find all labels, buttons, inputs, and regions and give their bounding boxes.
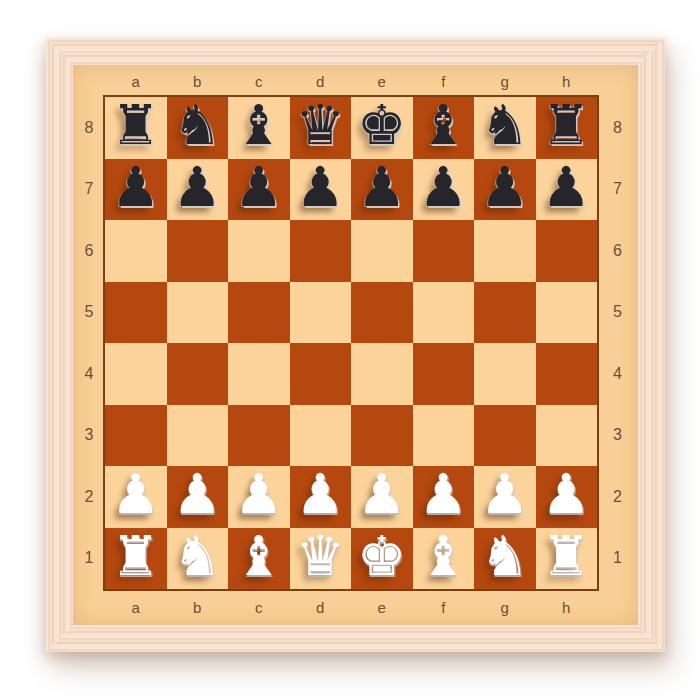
- square-b5[interactable]: [167, 282, 229, 344]
- square-a6[interactable]: [105, 220, 167, 282]
- rank-label-2: 2: [73, 466, 105, 528]
- square-b7[interactable]: ♟: [167, 159, 229, 221]
- white-pawn[interactable]: ♟: [173, 467, 222, 522]
- square-b2[interactable]: ♟: [167, 466, 229, 528]
- square-c7[interactable]: ♟: [228, 159, 290, 221]
- wood-frame-left: [46, 38, 73, 652]
- square-b4[interactable]: [167, 343, 229, 405]
- square-e3[interactable]: [351, 405, 413, 467]
- black-pawn[interactable]: ♟: [419, 160, 468, 215]
- file-label-g: g: [474, 65, 536, 97]
- file-label-a: a: [105, 589, 167, 625]
- square-h7[interactable]: ♟: [536, 159, 598, 221]
- white-rook[interactable]: ♜: [542, 529, 591, 584]
- black-bishop[interactable]: ♝: [419, 98, 468, 153]
- square-d3[interactable]: [290, 405, 352, 467]
- white-bishop[interactable]: ♝: [419, 529, 468, 584]
- square-h2[interactable]: ♟: [536, 466, 598, 528]
- file-labels-top: abcdefgh: [105, 65, 597, 97]
- square-c1[interactable]: ♝: [228, 528, 290, 590]
- file-label-c: c: [228, 65, 290, 97]
- square-c3[interactable]: [228, 405, 290, 467]
- square-f1[interactable]: ♝: [413, 528, 475, 590]
- square-c5[interactable]: [228, 282, 290, 344]
- file-label-f: f: [413, 589, 475, 625]
- white-pawn[interactable]: ♟: [419, 467, 468, 522]
- rank-label-3: 3: [73, 405, 105, 467]
- file-label-f: f: [413, 65, 475, 97]
- white-pawn[interactable]: ♟: [357, 467, 406, 522]
- square-f8[interactable]: ♝: [413, 97, 475, 159]
- black-pawn[interactable]: ♟: [357, 160, 406, 215]
- square-g5[interactable]: [474, 282, 536, 344]
- white-knight[interactable]: ♞: [173, 529, 222, 584]
- white-queen[interactable]: ♛: [296, 529, 345, 584]
- file-label-e: e: [351, 65, 413, 97]
- rank-label-5: 5: [597, 282, 638, 344]
- square-g2[interactable]: ♟: [474, 466, 536, 528]
- square-e1[interactable]: ♚: [351, 528, 413, 590]
- white-bishop[interactable]: ♝: [234, 529, 283, 584]
- square-h3[interactable]: [536, 405, 598, 467]
- file-label-g: g: [474, 589, 536, 625]
- rank-label-8: 8: [597, 97, 638, 159]
- square-b1[interactable]: ♞: [167, 528, 229, 590]
- square-e6[interactable]: [351, 220, 413, 282]
- square-h5[interactable]: [536, 282, 598, 344]
- rank-label-4: 4: [73, 343, 105, 405]
- rank-label-6: 6: [73, 220, 105, 282]
- square-d2[interactable]: ♟: [290, 466, 352, 528]
- file-label-h: h: [536, 65, 598, 97]
- square-f3[interactable]: [413, 405, 475, 467]
- square-f6[interactable]: [413, 220, 475, 282]
- wood-frame-bottom: [46, 625, 665, 652]
- rank-label-6: 6: [597, 220, 638, 282]
- square-b3[interactable]: [167, 405, 229, 467]
- black-pawn[interactable]: ♟: [296, 160, 345, 215]
- photo-background: abcdefgh abcdefgh 87654321 87654321 ♜♞♝♛…: [0, 0, 700, 700]
- square-c8[interactable]: ♝: [228, 97, 290, 159]
- square-d7[interactable]: ♟: [290, 159, 352, 221]
- rank-labels-right: 87654321: [597, 97, 638, 589]
- square-e8[interactable]: ♚: [351, 97, 413, 159]
- square-b8[interactable]: ♞: [167, 97, 229, 159]
- square-f2[interactable]: ♟: [413, 466, 475, 528]
- square-e4[interactable]: [351, 343, 413, 405]
- square-a8[interactable]: ♜: [105, 97, 167, 159]
- file-label-d: d: [290, 589, 352, 625]
- square-a5[interactable]: [105, 282, 167, 344]
- black-king[interactable]: ♚: [357, 98, 406, 153]
- white-rook[interactable]: ♜: [111, 529, 160, 584]
- square-f4[interactable]: [413, 343, 475, 405]
- rank-label-3: 3: [597, 405, 638, 467]
- square-d6[interactable]: [290, 220, 352, 282]
- white-pawn[interactable]: ♟: [296, 467, 345, 522]
- white-pawn[interactable]: ♟: [480, 467, 529, 522]
- square-g4[interactable]: [474, 343, 536, 405]
- rank-label-1: 1: [597, 528, 638, 590]
- black-queen[interactable]: ♛: [296, 98, 345, 153]
- square-h1[interactable]: ♜: [536, 528, 598, 590]
- black-knight[interactable]: ♞: [173, 98, 222, 153]
- rank-label-8: 8: [73, 97, 105, 159]
- white-pawn[interactable]: ♟: [234, 467, 283, 522]
- rank-label-5: 5: [73, 282, 105, 344]
- rank-labels-left: 87654321: [73, 97, 105, 589]
- square-h8[interactable]: ♜: [536, 97, 598, 159]
- black-pawn[interactable]: ♟: [173, 160, 222, 215]
- square-g6[interactable]: [474, 220, 536, 282]
- black-pawn[interactable]: ♟: [111, 160, 160, 215]
- wood-frame-top: [46, 38, 665, 65]
- white-pawn[interactable]: ♟: [111, 467, 160, 522]
- black-rook[interactable]: ♜: [542, 98, 591, 153]
- board-panel: abcdefgh abcdefgh 87654321 87654321 ♜♞♝♛…: [73, 65, 638, 625]
- file-label-d: d: [290, 65, 352, 97]
- square-e5[interactable]: [351, 282, 413, 344]
- rank-label-7: 7: [597, 159, 638, 221]
- rank-label-2: 2: [597, 466, 638, 528]
- white-knight[interactable]: ♞: [480, 529, 529, 584]
- square-e7[interactable]: ♟: [351, 159, 413, 221]
- square-d5[interactable]: [290, 282, 352, 344]
- square-e2[interactable]: ♟: [351, 466, 413, 528]
- square-d8[interactable]: ♛: [290, 97, 352, 159]
- square-d1[interactable]: ♛: [290, 528, 352, 590]
- square-c4[interactable]: [228, 343, 290, 405]
- square-h6[interactable]: [536, 220, 598, 282]
- square-c6[interactable]: [228, 220, 290, 282]
- black-rook[interactable]: ♜: [111, 98, 160, 153]
- rank-label-1: 1: [73, 528, 105, 590]
- square-g8[interactable]: ♞: [474, 97, 536, 159]
- square-b6[interactable]: [167, 220, 229, 282]
- file-label-c: c: [228, 589, 290, 625]
- rank-label-7: 7: [73, 159, 105, 221]
- black-bishop[interactable]: ♝: [234, 98, 283, 153]
- square-h4[interactable]: [536, 343, 598, 405]
- square-a4[interactable]: [105, 343, 167, 405]
- white-pawn[interactable]: ♟: [542, 467, 591, 522]
- black-pawn[interactable]: ♟: [234, 160, 283, 215]
- square-g1[interactable]: ♞: [474, 528, 536, 590]
- square-a2[interactable]: ♟: [105, 466, 167, 528]
- square-a3[interactable]: [105, 405, 167, 467]
- square-d4[interactable]: [290, 343, 352, 405]
- chess-board: ♜♞♝♛♚♝♞♜♟♟♟♟♟♟♟♟♟♟♟♟♟♟♟♟♜♞♝♛♚♝♞♜: [105, 97, 597, 589]
- square-a7[interactable]: ♟: [105, 159, 167, 221]
- wood-frame-right: [638, 38, 665, 652]
- black-knight[interactable]: ♞: [480, 98, 529, 153]
- rank-label-4: 4: [597, 343, 638, 405]
- file-labels-bottom: abcdefgh: [105, 589, 597, 625]
- square-g7[interactable]: ♟: [474, 159, 536, 221]
- square-f7[interactable]: ♟: [413, 159, 475, 221]
- file-label-a: a: [105, 65, 167, 97]
- file-label-h: h: [536, 589, 598, 625]
- white-king[interactable]: ♚: [357, 529, 406, 584]
- square-c2[interactable]: ♟: [228, 466, 290, 528]
- square-f5[interactable]: [413, 282, 475, 344]
- file-label-b: b: [167, 65, 229, 97]
- square-g3[interactable]: [474, 405, 536, 467]
- square-a1[interactable]: ♜: [105, 528, 167, 590]
- file-label-b: b: [167, 589, 229, 625]
- file-label-e: e: [351, 589, 413, 625]
- black-pawn[interactable]: ♟: [542, 160, 591, 215]
- black-pawn[interactable]: ♟: [480, 160, 529, 215]
